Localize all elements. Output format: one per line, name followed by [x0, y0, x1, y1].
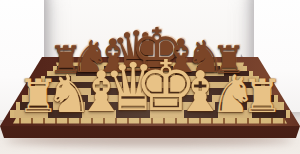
white-rook-h1: ♜ [241, 73, 282, 119]
chess-set-photo: ♜♞♝♛♚♝♞♜♜♞♝♛♚♝♞♜ [0, 0, 300, 154]
